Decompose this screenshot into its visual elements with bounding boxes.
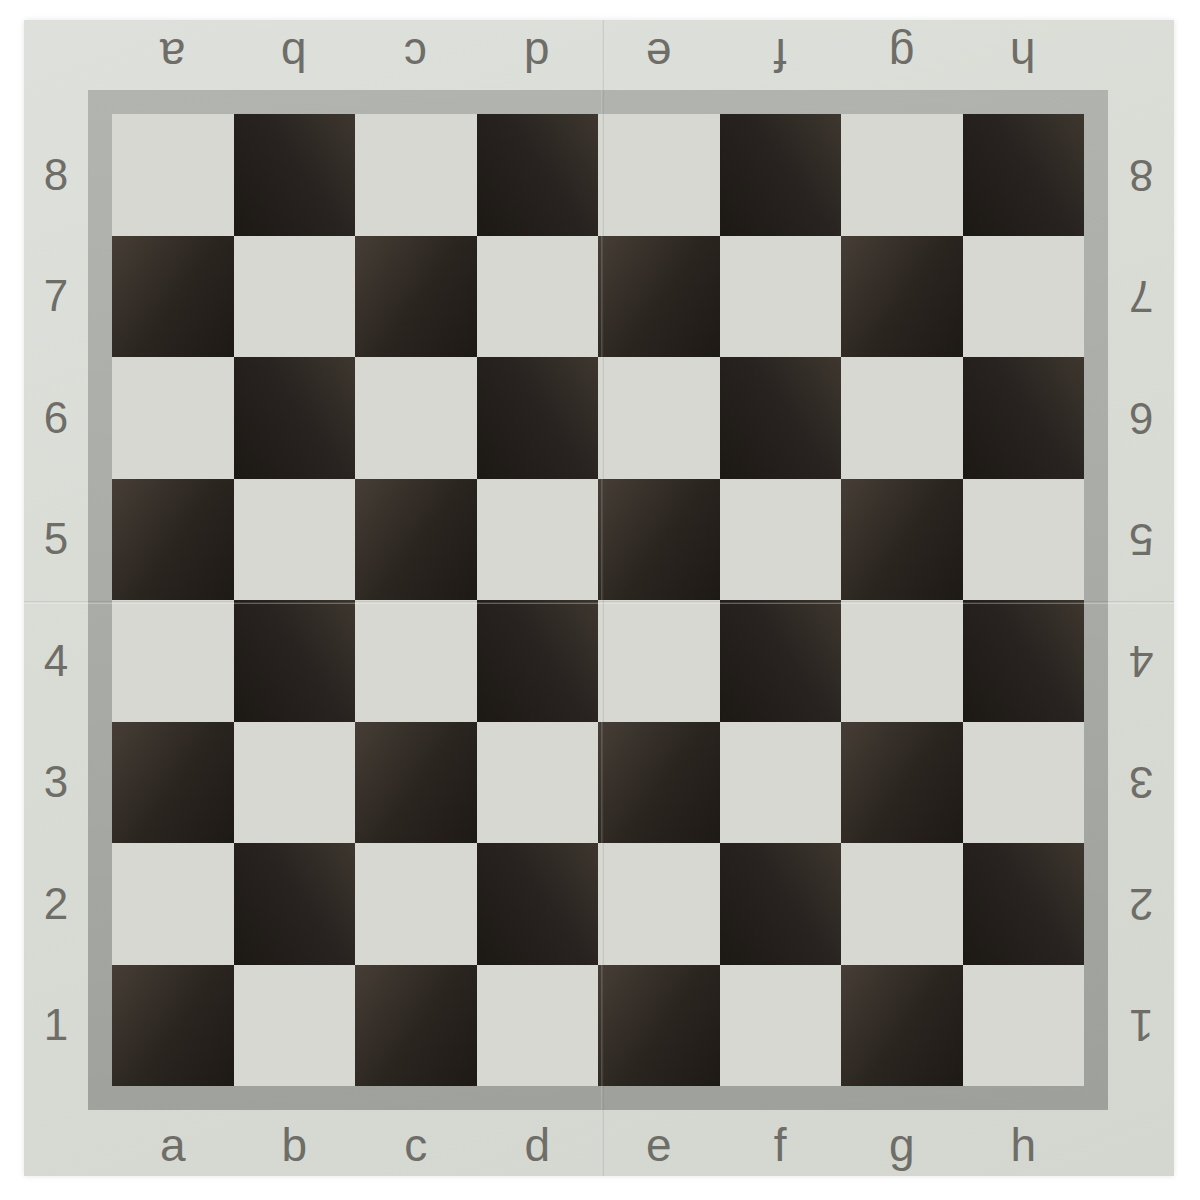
coordinate-label: f bbox=[720, 20, 842, 90]
square-g2[interactable] bbox=[841, 843, 963, 965]
coordinate-label: c bbox=[355, 20, 477, 90]
square-g6[interactable] bbox=[841, 357, 963, 479]
coordinate-label-text: 6 bbox=[1129, 393, 1153, 443]
square-g4[interactable] bbox=[841, 600, 963, 722]
coordinate-label-text: b bbox=[281, 1118, 307, 1172]
coordinate-label: e bbox=[598, 20, 720, 90]
coordinate-label-text: 1 bbox=[1129, 1000, 1153, 1050]
square-a2[interactable] bbox=[112, 843, 234, 965]
square-e2[interactable] bbox=[598, 843, 720, 965]
coordinate-label: 7 bbox=[1108, 236, 1174, 358]
square-e1[interactable] bbox=[598, 965, 720, 1087]
square-a1[interactable] bbox=[112, 965, 234, 1087]
coordinate-label: b bbox=[234, 1114, 356, 1176]
square-b3[interactable] bbox=[234, 722, 356, 844]
coordinate-label: 6 bbox=[24, 357, 88, 479]
coordinate-label-text: d bbox=[524, 1118, 550, 1172]
coordinate-label-text: 2 bbox=[1129, 879, 1153, 929]
square-b5[interactable] bbox=[234, 479, 356, 601]
coordinate-label-text: f bbox=[774, 1118, 787, 1172]
square-d2[interactable] bbox=[477, 843, 599, 965]
square-b6[interactable] bbox=[234, 357, 356, 479]
square-h5[interactable] bbox=[963, 479, 1085, 601]
square-e8[interactable] bbox=[598, 114, 720, 236]
square-e3[interactable] bbox=[598, 722, 720, 844]
coordinate-label: 5 bbox=[24, 479, 88, 601]
square-f1[interactable] bbox=[720, 965, 842, 1087]
square-g3[interactable] bbox=[841, 722, 963, 844]
coordinate-label-text: 3 bbox=[44, 757, 68, 807]
coordinate-label: 5 bbox=[1108, 479, 1174, 601]
coordinate-label: h bbox=[963, 20, 1085, 90]
coordinate-label: c bbox=[355, 1114, 477, 1176]
square-d3[interactable] bbox=[477, 722, 599, 844]
square-f6[interactable] bbox=[720, 357, 842, 479]
coordinate-label-text: e bbox=[646, 28, 672, 82]
coordinate-label-text: 5 bbox=[44, 514, 68, 564]
coordinate-label-text: 7 bbox=[44, 271, 68, 321]
square-e4[interactable] bbox=[598, 600, 720, 722]
square-h6[interactable] bbox=[963, 357, 1085, 479]
coordinate-label-text: f bbox=[774, 28, 787, 82]
coordinate-label-text: 3 bbox=[1129, 757, 1153, 807]
square-h3[interactable] bbox=[963, 722, 1085, 844]
square-b4[interactable] bbox=[234, 600, 356, 722]
square-d7[interactable] bbox=[477, 236, 599, 358]
coordinate-label: a bbox=[112, 20, 234, 90]
coordinate-label: 4 bbox=[24, 600, 88, 722]
coordinate-label: d bbox=[477, 20, 599, 90]
square-h2[interactable] bbox=[963, 843, 1085, 965]
rank-labels-right: 87654321 bbox=[1108, 90, 1174, 1110]
coordinate-label: e bbox=[598, 1114, 720, 1176]
coordinate-label-text: 4 bbox=[1129, 636, 1153, 686]
chessboard bbox=[112, 114, 1084, 1086]
coordinate-label: 1 bbox=[24, 965, 88, 1087]
coordinate-label-text: 8 bbox=[1129, 150, 1153, 200]
square-g5[interactable] bbox=[841, 479, 963, 601]
coordinate-label: f bbox=[720, 1114, 842, 1176]
rank-labels-left: 87654321 bbox=[24, 90, 88, 1110]
square-c3[interactable] bbox=[355, 722, 477, 844]
square-c8[interactable] bbox=[355, 114, 477, 236]
coordinate-label: 4 bbox=[1108, 600, 1174, 722]
square-a8[interactable] bbox=[112, 114, 234, 236]
square-c1[interactable] bbox=[355, 965, 477, 1087]
square-b7[interactable] bbox=[234, 236, 356, 358]
square-d4[interactable] bbox=[477, 600, 599, 722]
coordinate-label: g bbox=[841, 20, 963, 90]
square-h1[interactable] bbox=[963, 965, 1085, 1087]
coordinate-label-text: g bbox=[889, 28, 915, 82]
coordinate-label-text: d bbox=[524, 28, 550, 82]
coordinate-label-text: 7 bbox=[1129, 271, 1153, 321]
coordinate-label: h bbox=[963, 1114, 1085, 1176]
square-g1[interactable] bbox=[841, 965, 963, 1087]
coordinate-label-text: h bbox=[1010, 28, 1036, 82]
coordinate-label-text: 8 bbox=[44, 150, 68, 200]
coordinate-label: g bbox=[841, 1114, 963, 1176]
coordinate-label: 3 bbox=[24, 722, 88, 844]
coordinate-label: 2 bbox=[1108, 843, 1174, 965]
square-f3[interactable] bbox=[720, 722, 842, 844]
square-a5[interactable] bbox=[112, 479, 234, 601]
square-g8[interactable] bbox=[841, 114, 963, 236]
square-d6[interactable] bbox=[477, 357, 599, 479]
square-e5[interactable] bbox=[598, 479, 720, 601]
coordinate-label: 2 bbox=[24, 843, 88, 965]
file-labels-top: abcdefgh bbox=[88, 20, 1108, 90]
coordinate-label-text: 1 bbox=[44, 1000, 68, 1050]
square-a7[interactable] bbox=[112, 236, 234, 358]
coordinate-label-text: a bbox=[160, 28, 186, 82]
coordinate-label: 7 bbox=[24, 236, 88, 358]
square-c2[interactable] bbox=[355, 843, 477, 965]
coordinate-label-text: c bbox=[404, 1118, 427, 1172]
square-b8[interactable] bbox=[234, 114, 356, 236]
square-d1[interactable] bbox=[477, 965, 599, 1087]
coordinate-label: 8 bbox=[24, 114, 88, 236]
coordinate-label: 3 bbox=[1108, 722, 1174, 844]
square-c7[interactable] bbox=[355, 236, 477, 358]
coordinate-label: 1 bbox=[1108, 965, 1174, 1087]
coordinate-label: b bbox=[234, 20, 356, 90]
square-f2[interactable] bbox=[720, 843, 842, 965]
square-c6[interactable] bbox=[355, 357, 477, 479]
square-e6[interactable] bbox=[598, 357, 720, 479]
coordinate-label-text: b bbox=[281, 28, 307, 82]
square-h7[interactable] bbox=[963, 236, 1085, 358]
board-sheet: abcdefgh 87654321 87654321 abcdefgh bbox=[24, 20, 1174, 1176]
square-a6[interactable] bbox=[112, 357, 234, 479]
square-h4[interactable] bbox=[963, 600, 1085, 722]
file-labels-bottom: abcdefgh bbox=[88, 1110, 1108, 1176]
coordinate-label: d bbox=[477, 1114, 599, 1176]
coordinate-label-text: g bbox=[889, 1118, 915, 1172]
coordinate-label-text: e bbox=[646, 1118, 672, 1172]
square-a4[interactable] bbox=[112, 600, 234, 722]
square-b2[interactable] bbox=[234, 843, 356, 965]
coordinate-label-text: a bbox=[160, 1118, 186, 1172]
coordinate-label-text: 5 bbox=[1129, 514, 1153, 564]
square-b1[interactable] bbox=[234, 965, 356, 1087]
square-h8[interactable] bbox=[963, 114, 1085, 236]
coordinate-label-text: c bbox=[404, 28, 427, 82]
board-frame bbox=[88, 90, 1108, 1110]
coordinate-label: 8 bbox=[1108, 114, 1174, 236]
coordinate-label: 6 bbox=[1108, 357, 1174, 479]
square-c4[interactable] bbox=[355, 600, 477, 722]
square-d5[interactable] bbox=[477, 479, 599, 601]
square-f4[interactable] bbox=[720, 600, 842, 722]
coordinate-label-text: 4 bbox=[44, 636, 68, 686]
square-f5[interactable] bbox=[720, 479, 842, 601]
square-f8[interactable] bbox=[720, 114, 842, 236]
coordinate-label-text: h bbox=[1010, 1118, 1036, 1172]
square-g7[interactable] bbox=[841, 236, 963, 358]
square-e7[interactable] bbox=[598, 236, 720, 358]
coordinate-label: a bbox=[112, 1114, 234, 1176]
coordinate-label-text: 6 bbox=[44, 393, 68, 443]
square-d8[interactable] bbox=[477, 114, 599, 236]
square-c5[interactable] bbox=[355, 479, 477, 601]
square-f7[interactable] bbox=[720, 236, 842, 358]
coordinate-label-text: 2 bbox=[44, 879, 68, 929]
square-a3[interactable] bbox=[112, 722, 234, 844]
